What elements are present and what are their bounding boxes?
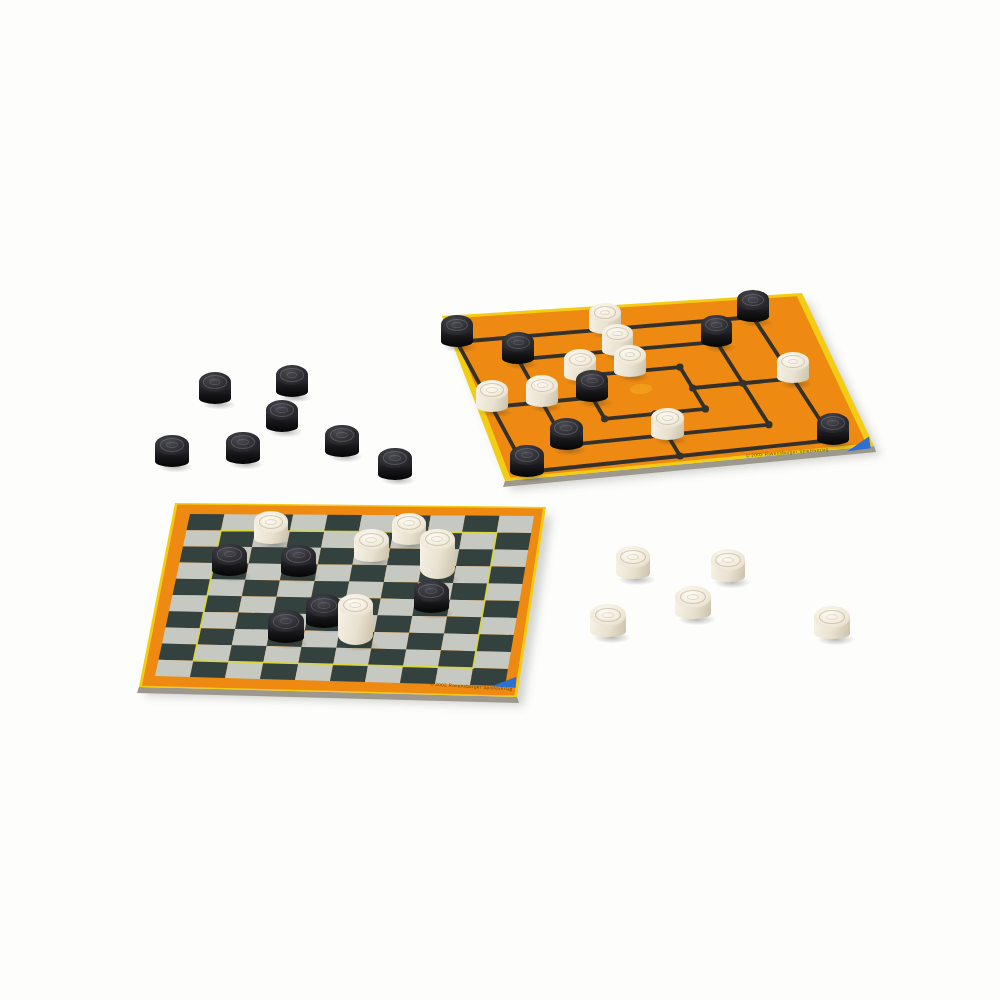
checker-cell	[497, 516, 534, 533]
checker-cell	[263, 646, 301, 663]
checker-cell	[302, 630, 340, 647]
morris-point-c5	[577, 373, 584, 380]
morris-point-b6	[515, 356, 522, 363]
checker-cell	[333, 648, 371, 666]
checker-cell	[180, 546, 218, 563]
morris-point-b2	[562, 442, 569, 449]
morris-point-g4	[789, 375, 796, 382]
morris-point-e4	[689, 384, 696, 391]
checker-cell	[359, 515, 397, 532]
checker-cell	[476, 634, 514, 652]
checker-cell	[221, 514, 259, 531]
checker-cell	[336, 631, 374, 648]
checker-cell	[200, 612, 238, 629]
checker-cell	[249, 547, 287, 564]
checker-cell	[183, 530, 221, 547]
checker-cell	[305, 614, 343, 631]
checker-cell	[295, 664, 333, 682]
checker-cell	[277, 580, 315, 597]
checker-cell	[494, 533, 531, 550]
morris-point-d6	[614, 347, 621, 354]
checker-cell	[346, 581, 384, 598]
checker-cell	[450, 583, 488, 600]
morris-point-c3	[601, 415, 608, 422]
checker-cell	[456, 549, 494, 566]
checker-cell	[211, 563, 249, 580]
morris-point-b4	[539, 399, 546, 406]
morris-point-d5	[626, 368, 633, 375]
morris-point-d7	[601, 326, 608, 333]
checker-cell	[318, 548, 356, 565]
morris-point-g7	[749, 313, 756, 320]
checker-cell	[176, 563, 214, 580]
checker-cell	[393, 515, 431, 532]
checker-cell	[197, 628, 235, 645]
checker-cell	[315, 564, 353, 581]
morris-point-f4	[739, 380, 746, 387]
checker-cell	[280, 564, 318, 581]
checker-cell	[381, 582, 419, 599]
morris-point-d3	[651, 410, 658, 417]
morris-point-d2	[664, 431, 671, 438]
checker-cell	[267, 630, 305, 647]
checker-cell	[438, 650, 476, 668]
checker-cell	[387, 549, 425, 566]
checker-cell	[459, 532, 496, 549]
checker-cell	[406, 633, 444, 651]
checker-cell	[473, 651, 511, 669]
checker-cell	[162, 627, 200, 644]
checker-cell	[173, 579, 211, 596]
checker-cell	[403, 650, 441, 668]
morris-point-e5	[676, 364, 683, 371]
checker-cell	[287, 531, 325, 548]
checker-cell	[207, 579, 245, 596]
morris-point-a7	[453, 338, 460, 345]
checker-cell	[365, 665, 403, 683]
checker-cell	[330, 664, 368, 682]
checker-cell	[190, 661, 228, 678]
morris-point-c4	[589, 394, 596, 401]
checker-cell	[419, 566, 457, 583]
checker-cell	[252, 531, 290, 548]
checker-cell	[479, 617, 517, 635]
checker-cell	[340, 615, 378, 632]
checker-cell	[311, 581, 349, 598]
checker-cell	[324, 515, 362, 532]
checker-cell	[422, 549, 460, 566]
morris-point-e3	[702, 405, 709, 412]
checker-cell	[155, 660, 193, 677]
checker-cell	[260, 663, 298, 680]
checker-cell	[409, 616, 447, 634]
checker-cell	[255, 514, 293, 531]
checker-cell	[270, 613, 308, 630]
checker-cell	[242, 580, 280, 597]
checker-cell	[356, 532, 394, 549]
checker-cell	[232, 629, 270, 646]
checker-cell	[491, 550, 529, 567]
checker-cell	[378, 599, 416, 616]
morris-point-f2	[765, 421, 772, 428]
checker-cell	[482, 600, 520, 618]
checker-cell	[425, 532, 463, 549]
checker-cell	[390, 532, 428, 549]
ravensburger-logo-triangle-draughts	[492, 675, 517, 688]
checker-cell	[444, 617, 482, 635]
checker-cell	[290, 515, 328, 532]
checker-cell	[321, 531, 359, 548]
morris-point-f6	[713, 338, 720, 345]
checker-cell	[193, 644, 231, 661]
checker-cell	[159, 644, 197, 661]
morris-point-a1	[523, 468, 530, 475]
checker-cell	[214, 547, 252, 564]
checker-cell	[453, 566, 491, 583]
morris-point-g1	[829, 436, 836, 443]
checker-cell	[374, 615, 412, 632]
checker-cell	[218, 531, 256, 548]
product-photo-scene: © 2002 Ravensburger Spieleverlag © 2002 …	[0, 0, 1000, 1000]
checker-cell	[239, 596, 277, 613]
checker-cell	[462, 516, 499, 533]
checker-cell	[428, 515, 466, 532]
checker-cell	[308, 597, 346, 614]
checker-cell	[371, 632, 409, 650]
checker-cell	[169, 595, 207, 612]
checker-cell	[225, 662, 263, 679]
checker-cell	[384, 565, 422, 582]
checker-cell	[368, 649, 406, 667]
checker-cell	[235, 613, 273, 630]
checker-cell	[485, 584, 523, 602]
checker-cell	[283, 548, 321, 565]
checker-cell	[245, 564, 283, 581]
checker-cell	[488, 567, 526, 584]
checker-cell	[166, 611, 204, 628]
checker-cell	[349, 565, 387, 582]
checker-cell	[228, 645, 266, 662]
checker-cell	[447, 600, 485, 618]
checker-cell	[298, 647, 336, 664]
morris-point-d1	[676, 452, 683, 459]
checker-cell	[352, 548, 390, 565]
checker-cell	[343, 598, 381, 615]
checker-cell	[412, 599, 450, 616]
boards-graphic	[0, 0, 1000, 1000]
checker-cell	[415, 582, 453, 599]
checker-cell	[187, 514, 225, 531]
checker-cell	[441, 634, 479, 652]
checker-cell	[204, 596, 242, 613]
morris-point-a4	[488, 403, 495, 410]
checker-cell	[273, 597, 311, 614]
